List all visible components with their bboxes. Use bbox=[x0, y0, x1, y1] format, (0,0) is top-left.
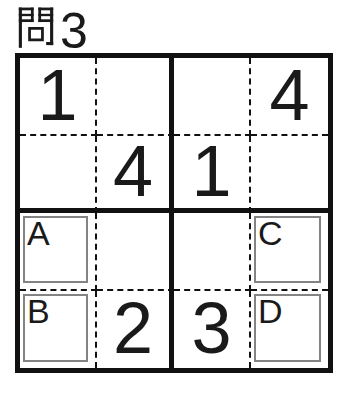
cell-r2c3: 1 bbox=[174, 136, 251, 214]
given-number: 1 bbox=[191, 135, 231, 207]
cell-r1c2[interactable] bbox=[97, 58, 174, 136]
answer-box-D[interactable]: D bbox=[254, 294, 321, 363]
title-number: 3 bbox=[60, 8, 88, 54]
given-number: 1 bbox=[37, 59, 77, 131]
answer-box-B[interactable]: B bbox=[23, 294, 88, 363]
cell-r2c1[interactable] bbox=[20, 136, 97, 214]
cell-r1c3[interactable] bbox=[174, 58, 251, 136]
cell-r4c1[interactable]: B bbox=[20, 291, 97, 369]
kanji-mon-icon bbox=[16, 6, 56, 49]
cell-r4c2: 2 bbox=[97, 291, 174, 369]
answer-box-C[interactable]: C bbox=[254, 216, 321, 283]
cell-r3c3[interactable] bbox=[174, 213, 251, 291]
given-number: 4 bbox=[113, 135, 153, 207]
answer-box-label-D: D bbox=[258, 293, 283, 330]
given-number: 3 bbox=[191, 292, 231, 364]
cell-r3c2[interactable] bbox=[97, 213, 174, 291]
cell-r1c1: 1 bbox=[20, 58, 97, 136]
answer-box-label-B: B bbox=[27, 293, 50, 330]
given-number: 4 bbox=[269, 59, 309, 131]
answer-box-label-A: A bbox=[27, 215, 50, 252]
cell-r4c4[interactable]: D bbox=[251, 291, 328, 369]
cell-r2c4[interactable] bbox=[251, 136, 328, 214]
answer-box-A[interactable]: A bbox=[23, 216, 88, 283]
board: 1441ACB23D bbox=[15, 53, 333, 373]
cell-r1c4: 4 bbox=[251, 58, 328, 136]
worksheet-page: 3 1441ACB23D bbox=[0, 0, 345, 396]
given-number: 2 bbox=[113, 292, 153, 364]
cell-r2c2: 4 bbox=[97, 136, 174, 214]
cell-r4c3: 3 bbox=[174, 291, 251, 369]
answer-box-label-C: C bbox=[258, 215, 283, 252]
cell-r3c4[interactable]: C bbox=[251, 213, 328, 291]
cell-r3c1[interactable]: A bbox=[20, 213, 97, 291]
